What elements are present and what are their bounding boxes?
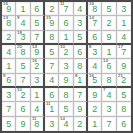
cage-sum-label: 14 — [32, 45, 37, 49]
cell-digit: 2 — [92, 105, 97, 114]
cell-digit: 1 — [106, 48, 111, 57]
sudoku-cell-r4c6[interactable]: 6 — [74, 45, 88, 59]
cage-sum-label: 14 — [60, 117, 65, 121]
cage-sum-label: 11 — [60, 2, 65, 6]
cage-sum-label: 11 — [32, 117, 37, 121]
cage-sum-label: 13 — [3, 16, 8, 20]
sudoku-cell-r7c8[interactable]: 74 — [102, 88, 116, 102]
cell-digit: 6 — [34, 5, 39, 14]
sudoku-cell-r4c2[interactable]: 208 — [16, 45, 30, 59]
cell-digit: 6 — [121, 120, 126, 129]
cell-digit: 5 — [106, 5, 111, 14]
sudoku-cell-r6c7[interactable]: 165 — [88, 74, 102, 88]
sudoku-cell-r3c3[interactable]: 7 — [31, 31, 45, 45]
sudoku-cell-r6c9[interactable]: 212 — [117, 74, 131, 88]
sudoku-cell-r5c5[interactable]: 3 — [59, 59, 73, 73]
sudoku-cell-r3c6[interactable]: 5 — [74, 31, 88, 45]
cell-digit: 9 — [92, 91, 97, 100]
sudoku-cell-r2c8[interactable]: 2 — [102, 16, 116, 30]
sudoku-cell-r7c4[interactable]: 6 — [45, 88, 59, 102]
cell-digit: 6 — [63, 19, 68, 28]
sudoku-cell-r1c7[interactable]: 168 — [88, 2, 102, 16]
sudoku-cell-r6c5[interactable]: 9 — [59, 74, 73, 88]
sudoku-cell-r3c5[interactable]: 1 — [59, 31, 73, 45]
sudoku-cell-r1c6[interactable]: 4 — [74, 2, 88, 16]
cage-sum-label: 8 — [89, 45, 91, 49]
cell-digit: 9 — [77, 105, 82, 114]
sudoku-cell-r4c8[interactable]: 1 — [102, 45, 116, 59]
cell-digit: 1 — [63, 33, 68, 42]
cell-digit: 5 — [77, 33, 82, 42]
cage-sum-label: 9 — [3, 74, 5, 78]
cell-digit: 4 — [49, 76, 54, 85]
sudoku-cell-r1c1[interactable]: 169 — [2, 2, 16, 16]
sudoku-cell-r1c4[interactable]: 2 — [45, 2, 59, 16]
sudoku-cell-r9c4[interactable]: 3 — [45, 117, 59, 131]
cell-digit: 1 — [92, 120, 97, 129]
sudoku-cell-r8c5[interactable]: 5 — [59, 102, 73, 116]
sudoku-cell-r8c1[interactable]: 7 — [2, 102, 16, 116]
cell-digit: 3 — [77, 19, 82, 28]
sudoku-cell-r5c3[interactable]: 162 — [31, 59, 45, 73]
cage-sum-label: 10 — [60, 45, 65, 49]
sudoku-cell-r7c9[interactable]: 5 — [117, 88, 131, 102]
cell-digit: 4 — [34, 105, 39, 114]
cage-sum-label: 17 — [118, 45, 123, 49]
killer-sudoku-board: 1691621174168531389451596314721218378156… — [0, 0, 133, 133]
cell-digit: 9 — [106, 33, 111, 42]
cell-digit: 9 — [121, 62, 126, 71]
sudoku-cell-r5c4[interactable]: 7 — [45, 59, 59, 73]
cage-sum-label: 16 — [3, 2, 8, 6]
sudoku-cell-r4c5[interactable]: 102 — [59, 45, 73, 59]
sudoku-cell-r8c2[interactable]: 6 — [16, 102, 30, 116]
sudoku-cell-r8c7[interactable]: 2 — [88, 102, 102, 116]
cell-digit: 3 — [121, 5, 126, 14]
sudoku-cell-r2c2[interactable]: 94 — [16, 16, 30, 30]
cage-sum-label: 10 — [17, 88, 22, 92]
sudoku-cell-r9c5[interactable]: 144 — [59, 117, 73, 131]
cell-digit: 7 — [49, 62, 54, 71]
cage-sum-label: 8 — [75, 74, 77, 78]
cage-sum-label: 16 — [89, 74, 94, 78]
cell-digit: 5 — [34, 19, 39, 28]
cell-digit: 1 — [6, 62, 11, 71]
sudoku-cell-r3c9[interactable]: 4 — [117, 31, 131, 45]
cage-sum-label: 18 — [17, 31, 22, 35]
cell-digit: 8 — [63, 91, 68, 100]
cage-sum-label: 20 — [17, 45, 22, 49]
cell-digit: 5 — [63, 105, 68, 114]
cell-digit: 4 — [77, 5, 82, 14]
sudoku-cell-r2c5[interactable]: 6 — [59, 16, 73, 30]
cage-sum-label: 15 — [46, 16, 51, 20]
cell-digit: 2 — [49, 5, 54, 14]
cell-digit: 4 — [6, 48, 11, 57]
sudoku-cell-r8c4[interactable]: 111 — [45, 102, 59, 116]
sudoku-cell-r2c1[interactable]: 138 — [2, 16, 16, 30]
sudoku-cell-r6c6[interactable]: 81 — [74, 74, 88, 88]
cell-digit: 7 — [34, 33, 39, 42]
sudoku-cell-r1c8[interactable]: 5 — [102, 2, 116, 16]
cell-digit: 6 — [20, 105, 25, 114]
sudoku-cell-r1c9[interactable]: 3 — [117, 2, 131, 16]
sudoku-cell-r1c5[interactable]: 117 — [59, 2, 73, 16]
cell-digit: 4 — [92, 62, 97, 71]
cell-digit: 6 — [92, 33, 97, 42]
sudoku-cell-r4c1[interactable]: 4 — [2, 45, 16, 59]
sudoku-cell-r9c6[interactable]: 2 — [74, 117, 88, 131]
cell-digit: 6 — [77, 48, 82, 57]
cell-digit: 8 — [121, 105, 126, 114]
sudoku-cell-r2c6[interactable]: 3 — [74, 16, 88, 30]
sudoku-cell-r3c8[interactable]: 9 — [102, 31, 116, 45]
cell-digit: 8 — [49, 33, 54, 42]
cell-digit: 6 — [49, 91, 54, 100]
sudoku-cell-r5c9[interactable]: 9 — [117, 59, 131, 73]
sudoku-cell-r4c9[interactable]: 177 — [117, 45, 131, 59]
cage-sum-label: 11 — [46, 102, 51, 106]
sudoku-cell-r5c7[interactable]: 4 — [88, 59, 102, 73]
cell-digit: 3 — [6, 91, 11, 100]
cage-sum-label: 9 — [17, 16, 19, 20]
sudoku-cell-r6c4[interactable]: 4 — [45, 74, 59, 88]
sudoku-cell-r7c5[interactable]: 8 — [59, 88, 73, 102]
cell-digit: 5 — [20, 62, 25, 71]
cell-digit: 7 — [106, 120, 111, 129]
sudoku-cell-r9c7[interactable]: 1 — [88, 117, 102, 131]
sudoku-cell-r5c2[interactable]: 5 — [16, 59, 30, 73]
sudoku-cell-r7c2[interactable]: 102 — [16, 88, 30, 102]
sudoku-cell-r1c2[interactable]: 1 — [16, 2, 30, 16]
cell-digit: 7 — [77, 91, 82, 100]
sudoku-cell-r1c3[interactable]: 6 — [31, 2, 45, 16]
cage-sum-label: 14 — [89, 16, 94, 20]
cage-sum-label: 7 — [103, 88, 105, 92]
sudoku-cell-r9c1[interactable]: 5 — [2, 117, 16, 131]
cell-digit: 2 — [6, 33, 11, 42]
sudoku-cell-r3c7[interactable]: 6 — [88, 31, 102, 45]
sudoku-cell-r9c8[interactable]: 7 — [102, 117, 116, 131]
sudoku-cell-r6c2[interactable]: 7 — [16, 74, 30, 88]
cell-digit: 5 — [6, 120, 11, 129]
sudoku-cell-r5c8[interactable]: 146 — [102, 59, 116, 73]
cell-digit: 8 — [106, 76, 111, 85]
sudoku-cell-r8c3[interactable]: 4 — [31, 102, 45, 116]
cell-digit: 1 — [77, 76, 82, 85]
cell-digit: 1 — [121, 19, 126, 28]
cell-digit: 6 — [6, 76, 11, 85]
sudoku-cell-r6c1[interactable]: 96 — [2, 74, 16, 88]
sudoku-cell-r3c1[interactable]: 2 — [2, 31, 16, 45]
sudoku-cell-r4c4[interactable]: 5 — [45, 45, 59, 59]
cell-digit: 2 — [106, 19, 111, 28]
sudoku-cell-r2c7[interactable]: 147 — [88, 16, 102, 30]
sudoku-cell-r7c3[interactable]: 1 — [31, 88, 45, 102]
sudoku-cell-r5c6[interactable]: 8 — [74, 59, 88, 73]
sudoku-cell-r4c7[interactable]: 83 — [88, 45, 102, 59]
cell-digit: 5 — [49, 48, 54, 57]
cell-digit: 1 — [34, 91, 39, 100]
cell-digit: 8 — [77, 62, 82, 71]
cage-sum-label: 16 — [32, 59, 37, 63]
sudoku-cell-r7c1[interactable]: 3 — [2, 88, 16, 102]
cell-digit: 9 — [63, 76, 68, 85]
cell-digit: 3 — [92, 48, 97, 57]
sudoku-cell-r9c9[interactable]: 6 — [117, 117, 131, 131]
cell-digit: 3 — [34, 76, 39, 85]
sudoku-cell-r8c8[interactable]: 3 — [102, 102, 116, 116]
cell-digit: 4 — [106, 91, 111, 100]
sudoku-cell-r2c3[interactable]: 5 — [31, 16, 45, 30]
cage-sum-label: 21 — [118, 74, 123, 78]
sudoku-cell-r2c9[interactable]: 1 — [117, 16, 131, 30]
cell-digit: 9 — [20, 120, 25, 129]
cell-digit: 4 — [121, 33, 126, 42]
cell-digit: 5 — [121, 91, 126, 100]
sudoku-cell-r8c6[interactable]: 9 — [74, 102, 88, 116]
sudoku-cell-r3c2[interactable]: 183 — [16, 31, 30, 45]
cell-digit: 3 — [106, 105, 111, 114]
sudoku-cell-r2c4[interactable]: 159 — [45, 16, 59, 30]
cell-digit: 3 — [63, 62, 68, 71]
sudoku-cell-r6c3[interactable]: 3 — [31, 74, 45, 88]
cell-digit: 4 — [20, 19, 25, 28]
sudoku-cell-r5c1[interactable]: 1 — [2, 59, 16, 73]
sudoku-cell-r6c8[interactable]: 8 — [102, 74, 116, 88]
cage-sum-label: 16 — [89, 2, 94, 6]
cell-digit: 3 — [49, 120, 54, 129]
sudoku-cell-r3c4[interactable]: 8 — [45, 31, 59, 45]
cell-digit: 1 — [20, 5, 25, 14]
cell-digit: 2 — [77, 120, 82, 129]
sudoku-cell-r9c2[interactable]: 9 — [16, 117, 30, 131]
sudoku-cell-r9c3[interactable]: 118 — [31, 117, 45, 131]
sudoku-cell-r4c3[interactable]: 149 — [31, 45, 45, 59]
sudoku-cell-r7c7[interactable]: 9 — [88, 88, 102, 102]
cell-digit: 7 — [20, 76, 25, 85]
sudoku-cell-r7c6[interactable]: 7 — [74, 88, 88, 102]
cage-sum-label: 14 — [103, 59, 108, 63]
cell-digit: 7 — [6, 105, 11, 114]
sudoku-cell-r8c9[interactable]: 8 — [117, 102, 131, 116]
